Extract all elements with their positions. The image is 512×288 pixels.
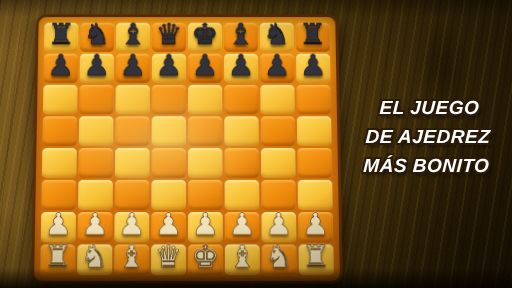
tagline-line-3: MÁS BONITO: [344, 151, 510, 180]
tagline-line-2: DE AJEDREZ: [345, 122, 511, 151]
tagline-line-1: EL JUEGO: [347, 93, 512, 122]
tagline: EL JUEGO DE AJEDREZ MÁS BONITO: [344, 93, 512, 180]
